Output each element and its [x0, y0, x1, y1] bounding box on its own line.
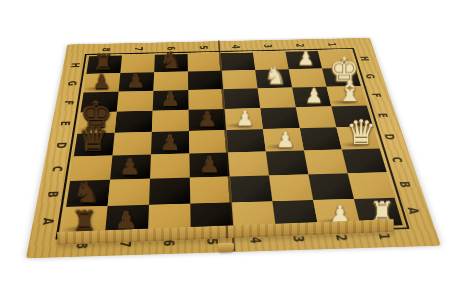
square-b6[interactable]	[149, 178, 190, 205]
square-e3[interactable]	[260, 107, 300, 129]
square-h2[interactable]: ♟	[285, 51, 322, 69]
square-f2[interactable]: ♟	[292, 87, 331, 107]
square-d5[interactable]	[189, 130, 228, 153]
piece-shadow	[153, 66, 180, 71]
square-c8[interactable]	[70, 156, 112, 181]
square-c7[interactable]: ♟	[110, 155, 151, 180]
square-g3[interactable]: ♞	[255, 69, 292, 88]
piece-shadow	[72, 148, 104, 155]
square-e7[interactable]	[115, 111, 153, 133]
square-c5[interactable]: ♟	[189, 152, 229, 177]
piece-shadow	[328, 99, 358, 105]
square-g8[interactable]: ♟	[84, 73, 121, 93]
square-f4[interactable]	[223, 88, 260, 109]
piece-shadow	[188, 169, 220, 177]
square-d7[interactable]	[112, 132, 151, 156]
square-b1[interactable]	[348, 172, 395, 199]
square-g4[interactable]	[222, 70, 258, 89]
square-b5[interactable]	[190, 177, 232, 204]
square-d2[interactable]	[300, 127, 342, 150]
square-h7[interactable]	[120, 55, 155, 73]
fold-clasp	[218, 243, 234, 253]
piece-shadow	[255, 82, 284, 88]
square-b4[interactable]	[229, 175, 272, 202]
square-d6[interactable]: ♟	[151, 131, 189, 155]
square-b2[interactable]	[308, 173, 354, 200]
piece-shadow	[65, 198, 99, 206]
square-h4[interactable]	[220, 53, 255, 71]
piece-shadow	[149, 146, 180, 153]
square-b3[interactable]	[269, 174, 313, 201]
piece-shadow	[324, 80, 353, 86]
piece-shadow	[286, 63, 314, 68]
square-c6[interactable]	[150, 153, 190, 178]
square-e4[interactable]: ♟	[224, 108, 262, 130]
square-d3[interactable]: ♟	[263, 128, 304, 151]
square-e2[interactable]	[296, 106, 337, 128]
square-d4[interactable]	[226, 129, 266, 152]
photo-stage: 87654321 87654321 HGFEDCBA HGFEDCBA ♜♞♟♟…	[0, 0, 450, 300]
square-e5[interactable]: ♟	[189, 109, 226, 131]
square-f1[interactable]: ♝	[327, 86, 367, 106]
square-h1[interactable]	[318, 50, 356, 68]
square-h3[interactable]	[253, 52, 289, 70]
square-g5[interactable]	[188, 71, 223, 90]
square-f3[interactable]	[258, 88, 296, 108]
square-h5[interactable]	[188, 53, 222, 71]
square-e6[interactable]	[152, 110, 189, 132]
square-g2[interactable]	[289, 68, 327, 87]
square-c1[interactable]	[342, 148, 387, 173]
square-f7[interactable]	[117, 91, 154, 112]
piece-shadow	[85, 67, 113, 72]
piece-shadow	[187, 123, 217, 130]
square-e1[interactable]	[331, 105, 373, 127]
square-f8[interactable]	[81, 92, 119, 113]
square-h8[interactable]: ♜	[86, 56, 122, 74]
piece-shadow	[263, 143, 295, 150]
square-d1[interactable]: ♛	[336, 126, 379, 149]
piece-shadow	[151, 104, 180, 110]
piece-shadow	[109, 171, 142, 179]
square-d8[interactable]: ♛	[74, 133, 115, 157]
piece-shadow	[76, 126, 107, 133]
square-g6[interactable]	[153, 72, 188, 91]
square-c4[interactable]	[228, 151, 269, 176]
square-f6[interactable]: ♟	[153, 90, 189, 111]
board-side-seam	[225, 225, 227, 238]
piece-shadow	[117, 85, 146, 91]
piece-shadow	[293, 100, 323, 106]
square-c3[interactable]	[266, 150, 309, 175]
piece-shadow	[82, 86, 111, 92]
square-e8[interactable]: ♚	[77, 112, 116, 134]
square-g1[interactable]: ♚	[322, 68, 361, 87]
square-c2[interactable]	[304, 149, 348, 174]
square-b8[interactable]: ♞	[66, 180, 110, 207]
piece-shadow	[224, 122, 254, 129]
piece-shadow	[339, 141, 371, 148]
square-h6[interactable]: ♞	[154, 54, 188, 72]
square-b7[interactable]	[108, 179, 150, 206]
square-f5[interactable]	[188, 89, 224, 110]
square-g7[interactable]: ♟	[119, 72, 155, 91]
